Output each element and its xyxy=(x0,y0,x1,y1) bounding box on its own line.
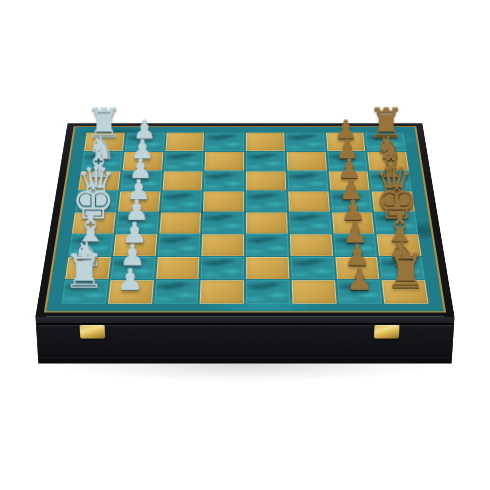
square-r8c4 xyxy=(200,280,244,303)
brass-clasp-left xyxy=(80,325,106,339)
square-r6c5 xyxy=(246,234,288,256)
square-r5c5 xyxy=(246,213,288,234)
square-r2c4 xyxy=(205,152,244,171)
chess-set-photo: ♜♟♟♜♞♟♟♞♝♟♟♝♛♟♟♛♚♟♟♚♝♟♟♝♞♟♟♞♜♟♟♜ xyxy=(0,0,490,490)
square-r7c4 xyxy=(201,257,244,279)
square-r8c6 xyxy=(291,280,336,303)
square-r2c5 xyxy=(246,152,285,171)
square-r8c3 xyxy=(154,280,199,303)
chess-case: ♜♟♟♜♞♟♟♞♝♟♟♝♛♟♟♛♚♟♟♚♝♟♟♝♞♟♟♞♜♟♟♜ xyxy=(36,123,455,316)
square-r8c8: ♜ xyxy=(382,280,429,303)
square-r1c3 xyxy=(165,133,204,151)
piece-black-rook: ♜ xyxy=(377,248,433,295)
chess-board: ♜♟♟♜♞♟♟♞♝♟♟♝♛♟♟♛♚♟♟♚♝♟♟♝♞♟♟♞♜♟♟♜ xyxy=(44,126,446,312)
square-r4c4 xyxy=(203,191,244,211)
square-r1c4 xyxy=(205,133,244,151)
piece-white-pawn: ♟ xyxy=(103,265,159,295)
square-r6c6 xyxy=(290,234,333,256)
square-r2c6 xyxy=(286,152,326,171)
square-r3c5 xyxy=(246,171,286,190)
brass-clasp-right xyxy=(374,325,400,339)
square-r6c3 xyxy=(157,234,200,256)
board-grid: ♜♟♟♜♞♟♟♞♝♟♟♝♛♟♟♛♚♟♟♚♝♟♟♝♞♟♟♞♜♟♟♜ xyxy=(61,133,428,304)
square-r7c3 xyxy=(156,257,200,279)
square-r8c5 xyxy=(246,280,290,303)
case-bottom-groove xyxy=(38,357,452,358)
square-r4c3 xyxy=(161,191,202,211)
square-r5c6 xyxy=(289,213,331,234)
square-r5c3 xyxy=(159,213,201,234)
square-r2c3 xyxy=(164,152,204,171)
square-r8c7: ♟ xyxy=(337,280,383,303)
square-r3c6 xyxy=(287,171,328,190)
square-r7c6 xyxy=(290,257,334,279)
square-r1c6 xyxy=(286,133,325,151)
case-front-face xyxy=(36,317,455,364)
square-r4c6 xyxy=(288,191,329,211)
square-r3c3 xyxy=(162,171,203,190)
square-r1c5 xyxy=(246,133,285,151)
square-r7c5 xyxy=(246,257,289,279)
square-r6c4 xyxy=(202,234,244,256)
square-r3c4 xyxy=(204,171,244,190)
square-r8c2: ♟ xyxy=(108,280,154,303)
square-r4c5 xyxy=(246,191,287,211)
square-r8c1: ♜ xyxy=(61,280,108,303)
square-r5c4 xyxy=(202,213,244,234)
